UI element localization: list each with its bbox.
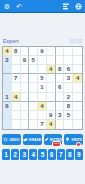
cell-r6c7[interactable]: 8	[64, 102, 73, 111]
cell-r3c8[interactable]: 4	[73, 74, 82, 83]
cell-r6c6[interactable]	[56, 102, 65, 111]
cell-r1c8[interactable]	[73, 56, 82, 65]
cell-r2c3[interactable]	[29, 65, 38, 74]
numpad-key-1[interactable]: 1	[2, 149, 10, 160]
cell-r7c4[interactable]	[38, 111, 47, 120]
cell-r2c7[interactable]: 6	[64, 65, 73, 74]
cell-r3c4[interactable]: 5	[38, 74, 47, 83]
cell-r4c4[interactable]: 1	[38, 83, 47, 92]
sudoku-app: ⚙ ↶ Expert 00:05 48929548675	[0, 0, 85, 184]
numpad: 123456789	[2, 149, 83, 160]
cell-r5c8[interactable]	[73, 93, 82, 102]
cell-r8c1[interactable]	[12, 120, 21, 129]
gear-icon[interactable]: ⚙	[3, 2, 11, 11]
toolbar: UNDOERASENOTESOFFHINTS	[2, 134, 83, 145]
numpad-key-9[interactable]: 9	[75, 149, 83, 160]
numpad-key-7[interactable]: 7	[57, 149, 65, 160]
cell-r1c0[interactable]: 2	[3, 56, 12, 65]
cell-r3c0[interactable]	[3, 74, 12, 83]
numpad-key-8[interactable]: 8	[66, 149, 74, 160]
cell-r7c6[interactable]: 3	[56, 111, 65, 120]
cell-r1c5[interactable]	[47, 56, 56, 65]
status-row: Expert 00:05	[3, 37, 82, 45]
leaderboard-icon[interactable]	[62, 2, 70, 11]
numpad-key-4[interactable]: 4	[29, 149, 37, 160]
cell-r2c1[interactable]	[12, 65, 21, 74]
cell-r4c1[interactable]	[12, 83, 21, 92]
cell-r2c4[interactable]	[38, 65, 47, 74]
top-bar-right	[62, 2, 82, 11]
cell-r1c2[interactable]: 9	[21, 56, 30, 65]
cell-r4c5[interactable]	[47, 83, 56, 92]
cell-r7c3[interactable]	[29, 111, 38, 120]
cell-r0c5[interactable]	[47, 47, 56, 56]
top-bar-left: ⚙ ↶	[3, 2, 23, 11]
undo-icon	[3, 137, 8, 142]
eraser-icon	[23, 137, 28, 142]
cell-r5c3[interactable]	[29, 93, 38, 102]
cell-r8c5[interactable]: 4	[47, 120, 56, 129]
pencil-icon	[44, 137, 49, 142]
cell-r0c6[interactable]	[56, 47, 65, 56]
cell-r0c7[interactable]	[64, 47, 73, 56]
cell-r2c6[interactable]: 8	[56, 65, 65, 74]
cell-r5c4[interactable]	[38, 93, 47, 102]
top-bar: ⚙ ↶	[0, 0, 85, 13]
cell-r7c0[interactable]	[3, 111, 12, 120]
cell-r8c8[interactable]	[73, 120, 82, 129]
cell-r8c7[interactable]	[64, 120, 73, 129]
cell-r6c4[interactable]: 4	[38, 102, 47, 111]
difficulty-label: Expert	[3, 38, 19, 44]
board: 48929548675341614264893574	[2, 46, 83, 130]
hints-button[interactable]: HINTS	[64, 134, 83, 145]
cell-r0c4[interactable]: 9	[38, 47, 47, 56]
cell-r1c6[interactable]	[56, 56, 65, 65]
cell-r6c2[interactable]	[21, 102, 30, 111]
undo-label: UNDO	[9, 138, 19, 142]
cell-r3c5[interactable]	[47, 74, 56, 83]
cell-r7c1[interactable]	[12, 111, 21, 120]
cell-r2c8[interactable]	[73, 65, 82, 74]
numpad-key-2[interactable]: 2	[11, 149, 19, 160]
cell-r6c3[interactable]	[29, 102, 38, 111]
cell-r0c1[interactable]: 8	[12, 47, 21, 56]
cell-r8c4[interactable]: 7	[38, 120, 47, 129]
notes-badge: OFF	[52, 141, 61, 146]
cell-r0c2[interactable]	[21, 47, 30, 56]
erase-button[interactable]: ERASE	[23, 134, 42, 145]
cell-r6c5[interactable]	[47, 102, 56, 111]
cell-r7c7[interactable]: 5	[64, 111, 73, 120]
numpad-key-6[interactable]: 6	[48, 149, 56, 160]
cell-r6c0[interactable]: 6	[3, 102, 12, 111]
cell-r1c1[interactable]	[12, 56, 21, 65]
hints-label: HINTS	[71, 138, 82, 142]
cell-r4c2[interactable]	[21, 83, 30, 92]
cell-r6c1[interactable]	[12, 102, 21, 111]
cell-r2c0[interactable]	[3, 65, 12, 74]
cell-r5c5[interactable]	[47, 93, 56, 102]
cell-r4c6[interactable]: 6	[56, 83, 65, 92]
cell-r5c6[interactable]	[56, 93, 65, 102]
cell-r8c2[interactable]	[21, 120, 30, 129]
undo-button[interactable]: UNDO	[2, 134, 21, 145]
cell-r0c8[interactable]	[73, 47, 82, 56]
cell-r5c0[interactable]: 1	[3, 93, 12, 102]
cell-r5c1[interactable]: 4	[12, 93, 21, 102]
globe-icon[interactable]	[74, 2, 82, 11]
cell-r0c3[interactable]	[29, 47, 38, 56]
cell-r7c8[interactable]	[73, 111, 82, 120]
notes-button[interactable]: NOTESOFF	[44, 134, 63, 145]
cell-r4c3[interactable]	[29, 83, 38, 92]
cell-r2c5[interactable]: 4	[47, 65, 56, 74]
cell-r4c7[interactable]	[64, 83, 73, 92]
cell-r7c5[interactable]: 9	[47, 111, 56, 120]
cell-r8c6[interactable]	[56, 120, 65, 129]
bulb-icon	[65, 137, 70, 142]
cell-r3c7[interactable]: 3	[64, 74, 73, 83]
cell-r3c3[interactable]	[29, 74, 38, 83]
numpad-key-3[interactable]: 3	[20, 149, 28, 160]
cell-r8c0[interactable]	[3, 120, 12, 129]
hints-badge-dot	[76, 142, 81, 147]
erase-label: ERASE	[29, 138, 41, 142]
cell-r1c4[interactable]	[38, 56, 47, 65]
cell-r8c3[interactable]	[29, 120, 38, 129]
cell-r2c2[interactable]	[21, 65, 30, 74]
cell-r1c3[interactable]: 5	[29, 56, 38, 65]
cell-r3c2[interactable]	[21, 74, 30, 83]
numpad-key-5[interactable]: 5	[38, 149, 46, 160]
cell-r3c1[interactable]: 7	[12, 74, 21, 83]
cell-r5c7[interactable]: 2	[64, 93, 73, 102]
cell-r7c2[interactable]	[21, 111, 30, 120]
cell-r6c8[interactable]	[73, 102, 82, 111]
timer: 00:05	[69, 38, 82, 44]
undo-arrow-icon[interactable]: ↶	[15, 2, 23, 11]
cell-r0c0[interactable]: 4	[3, 47, 12, 56]
cell-r4c0[interactable]	[3, 83, 12, 92]
cell-r1c7[interactable]	[64, 56, 73, 65]
cell-r3c6[interactable]	[56, 74, 65, 83]
cell-r4c8[interactable]	[73, 83, 82, 92]
cell-r5c2[interactable]	[21, 93, 30, 102]
